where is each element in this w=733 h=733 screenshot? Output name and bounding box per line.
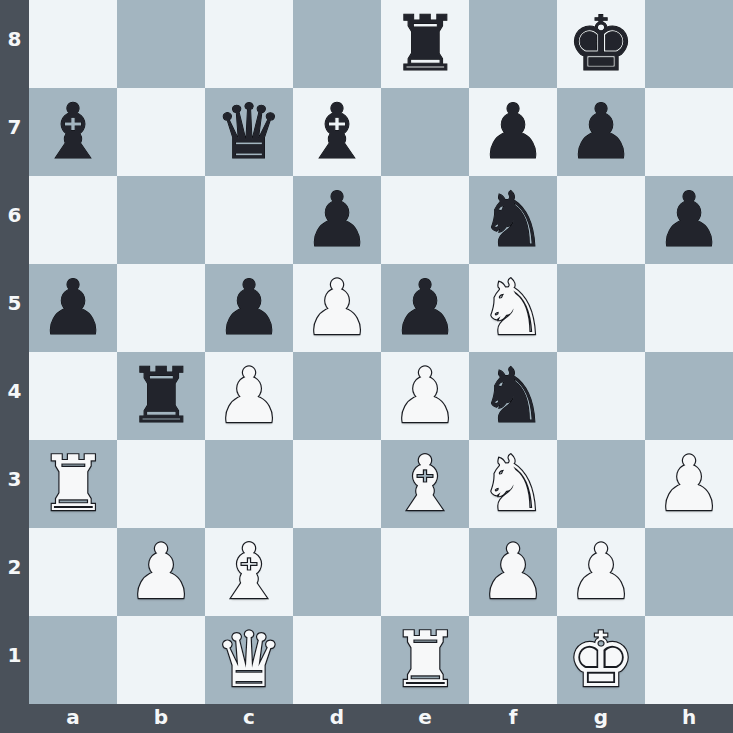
piece-black-bishop[interactable]: ♝ [303,94,371,170]
rank-label-4: 4 [0,352,29,440]
square-f5[interactable]: ♞ [469,264,557,352]
piece-black-pawn[interactable]: ♟ [567,94,635,170]
square-d2[interactable] [293,528,381,616]
piece-black-knight[interactable]: ♞ [479,182,547,258]
square-f1[interactable] [469,616,557,704]
square-c7[interactable]: ♛ [205,88,293,176]
square-c5[interactable]: ♟ [205,264,293,352]
square-d3[interactable] [293,440,381,528]
square-c3[interactable] [205,440,293,528]
square-b2[interactable]: ♟ [117,528,205,616]
square-b5[interactable] [117,264,205,352]
file-label-a: a [29,704,117,733]
rank-label-7: 7 [0,88,29,176]
square-e1[interactable]: ♜ [381,616,469,704]
square-f3[interactable]: ♞ [469,440,557,528]
square-a4[interactable] [29,352,117,440]
piece-black-rook[interactable]: ♜ [127,358,195,434]
piece-white-king[interactable]: ♚ [567,622,635,698]
square-c6[interactable] [205,176,293,264]
square-b7[interactable] [117,88,205,176]
rank-label-8: 8 [0,0,29,88]
square-b4[interactable]: ♜ [117,352,205,440]
square-d7[interactable]: ♝ [293,88,381,176]
square-c8[interactable] [205,0,293,88]
square-g4[interactable] [557,352,645,440]
rank-labels: 87654321 [0,0,29,704]
piece-black-knight[interactable]: ♞ [479,358,547,434]
square-f7[interactable]: ♟ [469,88,557,176]
square-a2[interactable] [29,528,117,616]
square-h4[interactable] [645,352,733,440]
piece-white-queen[interactable]: ♛ [215,622,283,698]
square-b3[interactable] [117,440,205,528]
piece-black-queen[interactable]: ♛ [215,94,283,170]
piece-white-pawn[interactable]: ♟ [127,534,195,610]
piece-white-pawn[interactable]: ♟ [391,358,459,434]
piece-white-pawn[interactable]: ♟ [215,358,283,434]
file-label-h: h [645,704,733,733]
piece-white-pawn[interactable]: ♟ [655,446,723,522]
file-label-d: d [293,704,381,733]
piece-black-pawn[interactable]: ♟ [655,182,723,258]
square-a3[interactable]: ♜ [29,440,117,528]
piece-white-bishop[interactable]: ♝ [215,534,283,610]
file-label-f: f [469,704,557,733]
square-a6[interactable] [29,176,117,264]
file-label-g: g [557,704,645,733]
square-g6[interactable] [557,176,645,264]
square-h6[interactable]: ♟ [645,176,733,264]
square-b1[interactable] [117,616,205,704]
piece-black-pawn[interactable]: ♟ [303,182,371,258]
square-c2[interactable]: ♝ [205,528,293,616]
rank-label-3: 3 [0,440,29,528]
rank-label-1: 1 [0,616,29,704]
square-h1[interactable] [645,616,733,704]
piece-white-pawn[interactable]: ♟ [479,534,547,610]
square-c4[interactable]: ♟ [205,352,293,440]
square-g5[interactable] [557,264,645,352]
piece-white-pawn[interactable]: ♟ [303,270,371,346]
piece-white-rook[interactable]: ♜ [391,622,459,698]
square-g1[interactable]: ♚ [557,616,645,704]
piece-white-rook[interactable]: ♜ [39,446,107,522]
square-g2[interactable]: ♟ [557,528,645,616]
square-h8[interactable] [645,0,733,88]
square-h5[interactable] [645,264,733,352]
piece-white-knight[interactable]: ♞ [479,446,547,522]
square-a7[interactable]: ♝ [29,88,117,176]
piece-black-pawn[interactable]: ♟ [39,270,107,346]
piece-black-rook[interactable]: ♜ [391,6,459,82]
square-f4[interactable]: ♞ [469,352,557,440]
rank-label-5: 5 [0,264,29,352]
file-label-b: b [117,704,205,733]
square-e3[interactable]: ♝ [381,440,469,528]
chess-board-widget: 87654321 ♜♚♝♛♝♟♟♟♞♟♟♟♟♟♞♜♟♟♞♜♝♞♟♟♝♟♟♛♜♚ … [0,0,733,733]
piece-black-pawn[interactable]: ♟ [215,270,283,346]
piece-white-pawn[interactable]: ♟ [567,534,635,610]
piece-black-pawn[interactable]: ♟ [391,270,459,346]
square-d5[interactable]: ♟ [293,264,381,352]
square-h2[interactable] [645,528,733,616]
rank-label-2: 2 [0,528,29,616]
square-e4[interactable]: ♟ [381,352,469,440]
square-d6[interactable]: ♟ [293,176,381,264]
square-a1[interactable] [29,616,117,704]
square-b6[interactable] [117,176,205,264]
piece-white-bishop[interactable]: ♝ [391,446,459,522]
square-h3[interactable]: ♟ [645,440,733,528]
square-e5[interactable]: ♟ [381,264,469,352]
square-c1[interactable]: ♛ [205,616,293,704]
square-d1[interactable] [293,616,381,704]
chess-board: ♜♚♝♛♝♟♟♟♞♟♟♟♟♟♞♜♟♟♞♜♝♞♟♟♝♟♟♛♜♚ [29,0,733,704]
square-d8[interactable] [293,0,381,88]
rank-label-6: 6 [0,176,29,264]
square-f8[interactable] [469,0,557,88]
square-e7[interactable] [381,88,469,176]
square-b8[interactable] [117,0,205,88]
piece-white-knight[interactable]: ♞ [479,270,547,346]
square-g8[interactable]: ♚ [557,0,645,88]
file-label-c: c [205,704,293,733]
file-labels: abcdefgh [29,704,733,733]
file-label-e: e [381,704,469,733]
square-g7[interactable]: ♟ [557,88,645,176]
piece-black-bishop[interactable]: ♝ [39,94,107,170]
square-e6[interactable] [381,176,469,264]
square-a8[interactable] [29,0,117,88]
square-f2[interactable]: ♟ [469,528,557,616]
piece-black-pawn[interactable]: ♟ [479,94,547,170]
piece-black-king[interactable]: ♚ [567,6,635,82]
square-h7[interactable] [645,88,733,176]
square-a5[interactable]: ♟ [29,264,117,352]
square-e2[interactable] [381,528,469,616]
square-f6[interactable]: ♞ [469,176,557,264]
square-d4[interactable] [293,352,381,440]
square-g3[interactable] [557,440,645,528]
square-e8[interactable]: ♜ [381,0,469,88]
